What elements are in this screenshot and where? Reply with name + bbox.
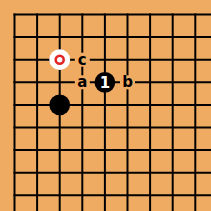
- black-stone: [49, 95, 70, 116]
- go-board-diagram: cab1: [0, 0, 211, 211]
- frame-edge-bottom-highlight: [0, 209, 211, 211]
- point-label-c: c: [78, 51, 87, 69]
- go-board-canvas: cab1: [0, 0, 211, 211]
- stone-move-number: 1: [100, 74, 110, 92]
- white-stone: [49, 49, 70, 70]
- frame-edge-top-highlight: [0, 1, 211, 3]
- frame-edge-left-highlight: [1, 1, 3, 211]
- point-label-a: a: [77, 73, 87, 91]
- point-label-b: b: [122, 73, 133, 91]
